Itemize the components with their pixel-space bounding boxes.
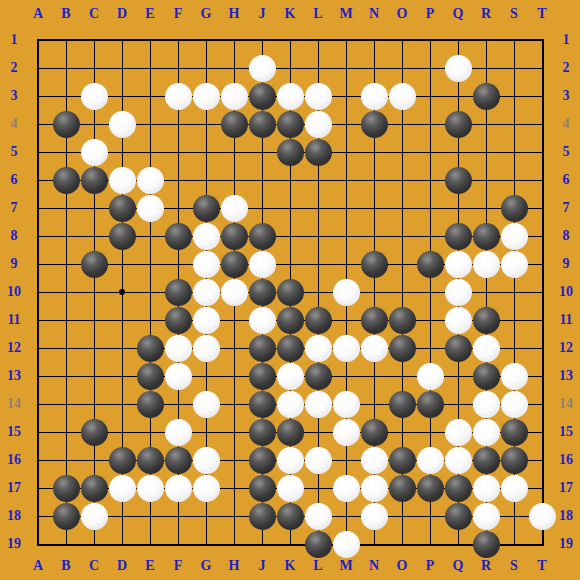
intersection-Q6[interactable] <box>444 166 472 194</box>
intersection-P16[interactable] <box>416 446 444 474</box>
intersection-A3[interactable] <box>24 82 52 110</box>
intersection-M9[interactable] <box>332 250 360 278</box>
intersection-K2[interactable] <box>276 54 304 82</box>
intersection-D1[interactable] <box>108 26 136 54</box>
intersection-H10[interactable] <box>220 278 248 306</box>
intersection-F16[interactable] <box>164 446 192 474</box>
intersection-P2[interactable] <box>416 54 444 82</box>
intersection-M16[interactable] <box>332 446 360 474</box>
intersection-E11[interactable] <box>136 306 164 334</box>
intersection-T17[interactable] <box>528 474 556 502</box>
intersection-M14[interactable] <box>332 390 360 418</box>
intersection-Q7[interactable] <box>444 194 472 222</box>
intersection-L17[interactable] <box>304 474 332 502</box>
intersection-A15[interactable] <box>24 418 52 446</box>
intersection-S9[interactable] <box>500 250 528 278</box>
intersection-M11[interactable] <box>332 306 360 334</box>
intersection-D3[interactable] <box>108 82 136 110</box>
intersection-J1[interactable] <box>248 26 276 54</box>
intersection-A6[interactable] <box>24 166 52 194</box>
intersection-T3[interactable] <box>528 82 556 110</box>
intersection-S5[interactable] <box>500 138 528 166</box>
intersection-L13[interactable] <box>304 362 332 390</box>
intersection-J6[interactable] <box>248 166 276 194</box>
intersection-B11[interactable] <box>52 306 80 334</box>
intersection-B16[interactable] <box>52 446 80 474</box>
intersection-J15[interactable] <box>248 418 276 446</box>
intersection-O3[interactable] <box>388 82 416 110</box>
intersection-H4[interactable] <box>220 110 248 138</box>
intersection-R19[interactable] <box>472 530 500 558</box>
intersection-G8[interactable] <box>192 222 220 250</box>
intersection-C1[interactable] <box>80 26 108 54</box>
intersection-L19[interactable] <box>304 530 332 558</box>
intersection-M1[interactable] <box>332 26 360 54</box>
intersection-T7[interactable] <box>528 194 556 222</box>
intersection-K8[interactable] <box>276 222 304 250</box>
intersection-O9[interactable] <box>388 250 416 278</box>
intersection-F15[interactable] <box>164 418 192 446</box>
intersection-C8[interactable] <box>80 222 108 250</box>
intersection-E2[interactable] <box>136 54 164 82</box>
intersection-R9[interactable] <box>472 250 500 278</box>
intersection-T6[interactable] <box>528 166 556 194</box>
intersection-F10[interactable] <box>164 278 192 306</box>
intersection-G16[interactable] <box>192 446 220 474</box>
intersection-N19[interactable] <box>360 530 388 558</box>
intersection-T9[interactable] <box>528 250 556 278</box>
intersection-B12[interactable] <box>52 334 80 362</box>
intersection-G10[interactable] <box>192 278 220 306</box>
intersection-J19[interactable] <box>248 530 276 558</box>
intersection-H17[interactable] <box>220 474 248 502</box>
intersection-B1[interactable] <box>52 26 80 54</box>
intersection-E5[interactable] <box>136 138 164 166</box>
intersection-E4[interactable] <box>136 110 164 138</box>
intersection-K19[interactable] <box>276 530 304 558</box>
intersection-B19[interactable] <box>52 530 80 558</box>
intersection-B2[interactable] <box>52 54 80 82</box>
intersection-G9[interactable] <box>192 250 220 278</box>
intersection-P12[interactable] <box>416 334 444 362</box>
intersection-D11[interactable] <box>108 306 136 334</box>
intersection-C2[interactable] <box>80 54 108 82</box>
intersection-M10[interactable] <box>332 278 360 306</box>
intersection-J11[interactable] <box>248 306 276 334</box>
intersection-O19[interactable] <box>388 530 416 558</box>
intersection-B3[interactable] <box>52 82 80 110</box>
intersection-B18[interactable] <box>52 502 80 530</box>
intersection-C12[interactable] <box>80 334 108 362</box>
intersection-P19[interactable] <box>416 530 444 558</box>
intersection-J8[interactable] <box>248 222 276 250</box>
intersection-O8[interactable] <box>388 222 416 250</box>
intersection-R6[interactable] <box>472 166 500 194</box>
intersection-M2[interactable] <box>332 54 360 82</box>
intersection-F3[interactable] <box>164 82 192 110</box>
intersection-E8[interactable] <box>136 222 164 250</box>
intersection-A10[interactable] <box>24 278 52 306</box>
intersection-H1[interactable] <box>220 26 248 54</box>
intersection-E10[interactable] <box>136 278 164 306</box>
intersection-B10[interactable] <box>52 278 80 306</box>
intersection-T8[interactable] <box>528 222 556 250</box>
intersection-N6[interactable] <box>360 166 388 194</box>
intersection-A18[interactable] <box>24 502 52 530</box>
intersection-G18[interactable] <box>192 502 220 530</box>
intersection-S12[interactable] <box>500 334 528 362</box>
intersection-N8[interactable] <box>360 222 388 250</box>
intersection-L9[interactable] <box>304 250 332 278</box>
intersection-K13[interactable] <box>276 362 304 390</box>
intersection-A11[interactable] <box>24 306 52 334</box>
intersection-O15[interactable] <box>388 418 416 446</box>
intersection-R17[interactable] <box>472 474 500 502</box>
intersection-D15[interactable] <box>108 418 136 446</box>
intersection-B5[interactable] <box>52 138 80 166</box>
intersection-C16[interactable] <box>80 446 108 474</box>
intersection-P11[interactable] <box>416 306 444 334</box>
intersection-R13[interactable] <box>472 362 500 390</box>
intersection-D17[interactable] <box>108 474 136 502</box>
intersection-F17[interactable] <box>164 474 192 502</box>
intersection-K6[interactable] <box>276 166 304 194</box>
intersection-B13[interactable] <box>52 362 80 390</box>
intersection-D14[interactable] <box>108 390 136 418</box>
intersection-E1[interactable] <box>136 26 164 54</box>
intersection-N9[interactable] <box>360 250 388 278</box>
intersection-S7[interactable] <box>500 194 528 222</box>
intersection-T12[interactable] <box>528 334 556 362</box>
intersection-F14[interactable] <box>164 390 192 418</box>
intersection-Q12[interactable] <box>444 334 472 362</box>
intersection-C13[interactable] <box>80 362 108 390</box>
intersection-F19[interactable] <box>164 530 192 558</box>
intersection-R11[interactable] <box>472 306 500 334</box>
intersection-S15[interactable] <box>500 418 528 446</box>
intersection-M12[interactable] <box>332 334 360 362</box>
intersection-L14[interactable] <box>304 390 332 418</box>
intersection-H9[interactable] <box>220 250 248 278</box>
intersection-R12[interactable] <box>472 334 500 362</box>
intersection-D19[interactable] <box>108 530 136 558</box>
intersection-L7[interactable] <box>304 194 332 222</box>
intersection-F2[interactable] <box>164 54 192 82</box>
intersection-P10[interactable] <box>416 278 444 306</box>
intersection-P18[interactable] <box>416 502 444 530</box>
intersection-S13[interactable] <box>500 362 528 390</box>
intersection-O7[interactable] <box>388 194 416 222</box>
intersection-Q14[interactable] <box>444 390 472 418</box>
intersection-A9[interactable] <box>24 250 52 278</box>
intersection-S16[interactable] <box>500 446 528 474</box>
intersection-N11[interactable] <box>360 306 388 334</box>
intersection-G4[interactable] <box>192 110 220 138</box>
intersection-K18[interactable] <box>276 502 304 530</box>
intersection-A14[interactable] <box>24 390 52 418</box>
intersection-M8[interactable] <box>332 222 360 250</box>
intersection-L5[interactable] <box>304 138 332 166</box>
intersection-R8[interactable] <box>472 222 500 250</box>
intersection-Q13[interactable] <box>444 362 472 390</box>
intersection-C3[interactable] <box>80 82 108 110</box>
intersection-Q16[interactable] <box>444 446 472 474</box>
intersection-A4[interactable] <box>24 110 52 138</box>
intersection-C4[interactable] <box>80 110 108 138</box>
intersection-K16[interactable] <box>276 446 304 474</box>
intersection-M18[interactable] <box>332 502 360 530</box>
intersection-E14[interactable] <box>136 390 164 418</box>
intersection-E3[interactable] <box>136 82 164 110</box>
intersection-B17[interactable] <box>52 474 80 502</box>
intersection-L1[interactable] <box>304 26 332 54</box>
intersection-R1[interactable] <box>472 26 500 54</box>
intersection-J5[interactable] <box>248 138 276 166</box>
intersection-F13[interactable] <box>164 362 192 390</box>
intersection-N15[interactable] <box>360 418 388 446</box>
intersection-T10[interactable] <box>528 278 556 306</box>
intersection-D16[interactable] <box>108 446 136 474</box>
intersection-M4[interactable] <box>332 110 360 138</box>
intersection-S10[interactable] <box>500 278 528 306</box>
intersection-N16[interactable] <box>360 446 388 474</box>
intersection-L16[interactable] <box>304 446 332 474</box>
intersection-P3[interactable] <box>416 82 444 110</box>
intersection-C7[interactable] <box>80 194 108 222</box>
intersection-F5[interactable] <box>164 138 192 166</box>
intersection-C9[interactable] <box>80 250 108 278</box>
intersection-D4[interactable] <box>108 110 136 138</box>
intersection-K11[interactable] <box>276 306 304 334</box>
intersection-L12[interactable] <box>304 334 332 362</box>
intersection-M17[interactable] <box>332 474 360 502</box>
intersection-Q19[interactable] <box>444 530 472 558</box>
intersection-B4[interactable] <box>52 110 80 138</box>
intersection-K1[interactable] <box>276 26 304 54</box>
intersection-T11[interactable] <box>528 306 556 334</box>
intersection-N18[interactable] <box>360 502 388 530</box>
intersection-P6[interactable] <box>416 166 444 194</box>
intersection-H13[interactable] <box>220 362 248 390</box>
intersection-O2[interactable] <box>388 54 416 82</box>
intersection-N14[interactable] <box>360 390 388 418</box>
intersection-J17[interactable] <box>248 474 276 502</box>
intersection-K5[interactable] <box>276 138 304 166</box>
intersection-G7[interactable] <box>192 194 220 222</box>
intersection-N13[interactable] <box>360 362 388 390</box>
intersection-E6[interactable] <box>136 166 164 194</box>
intersection-H2[interactable] <box>220 54 248 82</box>
intersection-S17[interactable] <box>500 474 528 502</box>
intersection-N1[interactable] <box>360 26 388 54</box>
intersection-N5[interactable] <box>360 138 388 166</box>
intersection-J7[interactable] <box>248 194 276 222</box>
intersection-S6[interactable] <box>500 166 528 194</box>
intersection-T13[interactable] <box>528 362 556 390</box>
intersection-A2[interactable] <box>24 54 52 82</box>
intersection-G3[interactable] <box>192 82 220 110</box>
intersection-K9[interactable] <box>276 250 304 278</box>
intersection-O16[interactable] <box>388 446 416 474</box>
intersection-M5[interactable] <box>332 138 360 166</box>
intersection-T1[interactable] <box>528 26 556 54</box>
intersection-A17[interactable] <box>24 474 52 502</box>
intersection-M13[interactable] <box>332 362 360 390</box>
intersection-E7[interactable] <box>136 194 164 222</box>
intersection-P15[interactable] <box>416 418 444 446</box>
intersection-R14[interactable] <box>472 390 500 418</box>
intersection-M6[interactable] <box>332 166 360 194</box>
intersection-N3[interactable] <box>360 82 388 110</box>
intersection-A19[interactable] <box>24 530 52 558</box>
intersection-P5[interactable] <box>416 138 444 166</box>
intersection-S4[interactable] <box>500 110 528 138</box>
intersection-O18[interactable] <box>388 502 416 530</box>
intersection-H16[interactable] <box>220 446 248 474</box>
intersection-S18[interactable] <box>500 502 528 530</box>
intersection-E19[interactable] <box>136 530 164 558</box>
intersection-C5[interactable] <box>80 138 108 166</box>
intersection-T2[interactable] <box>528 54 556 82</box>
intersection-J13[interactable] <box>248 362 276 390</box>
intersection-B6[interactable] <box>52 166 80 194</box>
intersection-T19[interactable] <box>528 530 556 558</box>
intersection-Q11[interactable] <box>444 306 472 334</box>
intersection-G15[interactable] <box>192 418 220 446</box>
intersection-B15[interactable] <box>52 418 80 446</box>
intersection-O11[interactable] <box>388 306 416 334</box>
intersection-J3[interactable] <box>248 82 276 110</box>
intersection-P9[interactable] <box>416 250 444 278</box>
intersection-C14[interactable] <box>80 390 108 418</box>
intersection-L2[interactable] <box>304 54 332 82</box>
intersection-H8[interactable] <box>220 222 248 250</box>
intersection-B7[interactable] <box>52 194 80 222</box>
intersection-S1[interactable] <box>500 26 528 54</box>
intersection-P13[interactable] <box>416 362 444 390</box>
intersection-T5[interactable] <box>528 138 556 166</box>
intersection-A5[interactable] <box>24 138 52 166</box>
intersection-E15[interactable] <box>136 418 164 446</box>
intersection-N4[interactable] <box>360 110 388 138</box>
intersection-L10[interactable] <box>304 278 332 306</box>
intersection-O4[interactable] <box>388 110 416 138</box>
intersection-J16[interactable] <box>248 446 276 474</box>
intersection-B8[interactable] <box>52 222 80 250</box>
intersection-Q15[interactable] <box>444 418 472 446</box>
intersection-E9[interactable] <box>136 250 164 278</box>
intersection-O5[interactable] <box>388 138 416 166</box>
intersection-H14[interactable] <box>220 390 248 418</box>
intersection-D2[interactable] <box>108 54 136 82</box>
intersection-S3[interactable] <box>500 82 528 110</box>
intersection-O17[interactable] <box>388 474 416 502</box>
intersection-L3[interactable] <box>304 82 332 110</box>
intersection-H19[interactable] <box>220 530 248 558</box>
intersection-S8[interactable] <box>500 222 528 250</box>
intersection-K15[interactable] <box>276 418 304 446</box>
intersection-Q10[interactable] <box>444 278 472 306</box>
intersection-R10[interactable] <box>472 278 500 306</box>
intersection-C6[interactable] <box>80 166 108 194</box>
intersection-L18[interactable] <box>304 502 332 530</box>
intersection-S11[interactable] <box>500 306 528 334</box>
intersection-D8[interactable] <box>108 222 136 250</box>
intersection-A12[interactable] <box>24 334 52 362</box>
intersection-N10[interactable] <box>360 278 388 306</box>
intersection-Q4[interactable] <box>444 110 472 138</box>
intersection-T18[interactable] <box>528 502 556 530</box>
intersection-G6[interactable] <box>192 166 220 194</box>
intersection-K17[interactable] <box>276 474 304 502</box>
intersection-C15[interactable] <box>80 418 108 446</box>
intersection-K3[interactable] <box>276 82 304 110</box>
intersection-Q2[interactable] <box>444 54 472 82</box>
intersection-R18[interactable] <box>472 502 500 530</box>
intersection-A16[interactable] <box>24 446 52 474</box>
intersection-H6[interactable] <box>220 166 248 194</box>
intersection-D10[interactable] <box>108 278 136 306</box>
intersection-J2[interactable] <box>248 54 276 82</box>
intersection-P1[interactable] <box>416 26 444 54</box>
intersection-D9[interactable] <box>108 250 136 278</box>
intersection-E12[interactable] <box>136 334 164 362</box>
intersection-G19[interactable] <box>192 530 220 558</box>
intersection-L4[interactable] <box>304 110 332 138</box>
intersection-M19[interactable] <box>332 530 360 558</box>
intersection-N7[interactable] <box>360 194 388 222</box>
intersection-Q3[interactable] <box>444 82 472 110</box>
intersection-S2[interactable] <box>500 54 528 82</box>
intersection-Q5[interactable] <box>444 138 472 166</box>
intersection-A1[interactable] <box>24 26 52 54</box>
intersection-H12[interactable] <box>220 334 248 362</box>
intersection-D5[interactable] <box>108 138 136 166</box>
intersection-C10[interactable] <box>80 278 108 306</box>
intersection-L15[interactable] <box>304 418 332 446</box>
intersection-R16[interactable] <box>472 446 500 474</box>
intersection-F11[interactable] <box>164 306 192 334</box>
intersection-K4[interactable] <box>276 110 304 138</box>
intersection-K7[interactable] <box>276 194 304 222</box>
intersection-D7[interactable] <box>108 194 136 222</box>
intersection-F7[interactable] <box>164 194 192 222</box>
intersection-Q17[interactable] <box>444 474 472 502</box>
intersection-C18[interactable] <box>80 502 108 530</box>
intersection-E18[interactable] <box>136 502 164 530</box>
intersection-E13[interactable] <box>136 362 164 390</box>
intersection-B14[interactable] <box>52 390 80 418</box>
intersection-J12[interactable] <box>248 334 276 362</box>
intersection-Q9[interactable] <box>444 250 472 278</box>
intersection-H5[interactable] <box>220 138 248 166</box>
intersection-J4[interactable] <box>248 110 276 138</box>
intersection-H18[interactable] <box>220 502 248 530</box>
intersection-S14[interactable] <box>500 390 528 418</box>
intersection-O1[interactable] <box>388 26 416 54</box>
intersection-M15[interactable] <box>332 418 360 446</box>
intersection-H15[interactable] <box>220 418 248 446</box>
intersection-O13[interactable] <box>388 362 416 390</box>
intersection-O10[interactable] <box>388 278 416 306</box>
intersection-J9[interactable] <box>248 250 276 278</box>
intersection-G2[interactable] <box>192 54 220 82</box>
intersection-D18[interactable] <box>108 502 136 530</box>
intersection-P17[interactable] <box>416 474 444 502</box>
intersection-R3[interactable] <box>472 82 500 110</box>
intersection-N12[interactable] <box>360 334 388 362</box>
intersection-T15[interactable] <box>528 418 556 446</box>
